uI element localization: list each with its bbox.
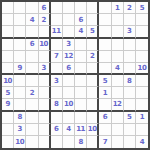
cell-r0c5-empty[interactable] — [63, 2, 75, 14]
cell-r5c11-given: 10 — [136, 63, 148, 75]
cell-r11c5-empty[interactable] — [63, 136, 75, 148]
cell-r6c5-empty[interactable] — [63, 75, 75, 87]
cell-r8c1-empty[interactable] — [14, 99, 26, 111]
cell-r9c3-empty[interactable] — [39, 112, 51, 124]
cell-r4c8-empty[interactable] — [99, 51, 111, 63]
cell-r0c1-empty[interactable] — [14, 2, 26, 14]
cell-r1c9-empty[interactable] — [112, 14, 124, 26]
cell-r7c10-empty[interactable] — [124, 87, 136, 99]
cell-r10c5-given: 4 — [63, 124, 75, 136]
cell-r8c10-empty[interactable] — [124, 99, 136, 111]
cell-r5c1-given: 9 — [14, 63, 26, 75]
cell-r1c8-empty[interactable] — [99, 14, 111, 26]
cell-r2c1-empty[interactable] — [14, 26, 26, 38]
cell-r1c2-given: 4 — [26, 14, 38, 26]
cell-r11c2-empty[interactable] — [26, 136, 38, 148]
cell-r4c1-empty[interactable] — [14, 51, 26, 63]
sudoku-board: 6125426114536103712293641010358521981012… — [0, 0, 150, 150]
cell-r3c2-given: 6 — [26, 39, 38, 51]
cell-r1c0-empty[interactable] — [2, 14, 14, 26]
cell-r3c10-empty[interactable] — [124, 39, 136, 51]
cell-r0c9-given: 1 — [112, 2, 124, 14]
cell-r9c4-empty[interactable] — [51, 112, 63, 124]
cell-r10c0-empty[interactable] — [2, 124, 14, 136]
cell-r4c9-empty[interactable] — [112, 51, 124, 63]
cell-r8c2-empty[interactable] — [26, 99, 38, 111]
cell-r3c5-given: 3 — [63, 39, 75, 51]
cell-r9c8-given: 6 — [99, 112, 111, 124]
cell-r1c3-given: 2 — [39, 14, 51, 26]
cell-r3c4-empty[interactable] — [51, 39, 63, 51]
cell-r8c9-given: 12 — [112, 99, 124, 111]
cell-r9c0-empty[interactable] — [2, 112, 14, 124]
cell-r0c11-given: 5 — [136, 2, 148, 14]
cell-r0c6-empty[interactable] — [75, 2, 87, 14]
cell-r3c1-empty[interactable] — [14, 39, 26, 51]
cell-r10c9-empty[interactable] — [112, 124, 124, 136]
cell-r4c2-empty[interactable] — [26, 51, 38, 63]
cell-r5c6-empty[interactable] — [75, 63, 87, 75]
cell-r5c8-empty[interactable] — [99, 63, 111, 75]
cell-r11c3-empty[interactable] — [39, 136, 51, 148]
cell-r9c5-empty[interactable] — [63, 112, 75, 124]
cell-r1c6-given: 6 — [75, 14, 87, 26]
cell-r9c1-given: 8 — [14, 112, 26, 124]
cell-r7c11-empty[interactable] — [136, 87, 148, 99]
cell-r0c4-empty[interactable] — [51, 2, 63, 14]
cell-r2c6-given: 4 — [75, 26, 87, 38]
cell-r6c9-empty[interactable] — [112, 75, 124, 87]
cell-r0c2-empty[interactable] — [26, 2, 38, 14]
cell-r3c3-given: 10 — [39, 39, 51, 51]
cell-r4c6-empty[interactable] — [75, 51, 87, 63]
cell-r11c7-empty[interactable] — [87, 136, 99, 148]
cell-r10c11-empty[interactable] — [136, 124, 148, 136]
cell-r6c6-empty[interactable] — [75, 75, 87, 87]
cell-r8c8-empty[interactable] — [99, 99, 111, 111]
cell-r9c6-empty[interactable] — [75, 112, 87, 124]
cell-r1c5-empty[interactable] — [63, 14, 75, 26]
cell-r5c5-given: 6 — [63, 63, 75, 75]
cell-r5c4-empty[interactable] — [51, 63, 63, 75]
cell-r6c11-empty[interactable] — [136, 75, 148, 87]
cell-r2c4-given: 11 — [51, 26, 63, 38]
cell-r9c9-empty[interactable] — [112, 112, 124, 124]
cell-r2c7-given: 5 — [87, 26, 99, 38]
cell-r6c3-empty[interactable] — [39, 75, 51, 87]
cell-r6c7-empty[interactable] — [87, 75, 99, 87]
cell-r9c10-given: 5 — [124, 112, 136, 124]
cell-r11c10-empty[interactable] — [124, 136, 136, 148]
cell-r3c9-empty[interactable] — [112, 39, 124, 51]
cell-r2c3-empty[interactable] — [39, 26, 51, 38]
cell-r6c0-given: 10 — [2, 75, 14, 87]
cell-r1c1-empty[interactable] — [14, 14, 26, 26]
cell-r3c6-empty[interactable] — [75, 39, 87, 51]
cell-r8c11-empty[interactable] — [136, 99, 148, 111]
cell-r6c2-empty[interactable] — [26, 75, 38, 87]
cell-r3c7-empty[interactable] — [87, 39, 99, 51]
cell-r5c2-empty[interactable] — [26, 63, 38, 75]
cell-r1c4-empty[interactable] — [51, 14, 63, 26]
cell-r9c7-empty[interactable] — [87, 112, 99, 124]
cell-r4c5-given: 12 — [63, 51, 75, 63]
cell-r8c5-given: 10 — [63, 99, 75, 111]
cell-r8c3-empty[interactable] — [39, 99, 51, 111]
cell-r11c11-given: 4 — [136, 136, 148, 148]
cell-r7c7-empty[interactable] — [87, 87, 99, 99]
cell-r11c8-given: 7 — [99, 136, 111, 148]
cell-r6c10-given: 8 — [124, 75, 136, 87]
cell-r2c5-empty[interactable] — [63, 26, 75, 38]
cell-r6c8-given: 5 — [99, 75, 111, 87]
cell-r11c4-empty[interactable] — [51, 136, 63, 148]
cell-r0c10-given: 2 — [124, 2, 136, 14]
cell-r5c3-given: 3 — [39, 63, 51, 75]
cell-r6c4-given: 3 — [51, 75, 63, 87]
cell-r11c9-empty[interactable] — [112, 136, 124, 148]
cell-r2c9-empty[interactable] — [112, 26, 124, 38]
cell-r8c4-given: 8 — [51, 99, 63, 111]
cell-r11c6-given: 8 — [75, 136, 87, 148]
cell-r3c0-empty[interactable] — [2, 39, 14, 51]
cell-r0c7-empty[interactable] — [87, 2, 99, 14]
cell-r11c0-empty[interactable] — [2, 136, 14, 148]
cell-r9c11-given: 1 — [136, 112, 148, 124]
cell-r2c10-given: 3 — [124, 26, 136, 38]
cell-r10c10-empty[interactable] — [124, 124, 136, 136]
cell-r10c2-empty[interactable] — [26, 124, 38, 136]
cell-r5c9-given: 4 — [112, 63, 124, 75]
cell-r2c8-empty[interactable] — [99, 26, 111, 38]
cell-r7c6-empty[interactable] — [75, 87, 87, 99]
cell-r4c3-empty[interactable] — [39, 51, 51, 63]
cell-r7c1-empty[interactable] — [14, 87, 26, 99]
cell-r2c2-empty[interactable] — [26, 26, 38, 38]
cell-r7c9-empty[interactable] — [112, 87, 124, 99]
cell-r7c0-given: 5 — [2, 87, 14, 99]
cell-r2c11-empty[interactable] — [136, 26, 148, 38]
cell-r10c8-empty[interactable] — [99, 124, 111, 136]
cell-r10c3-empty[interactable] — [39, 124, 51, 136]
cell-r7c8-given: 1 — [99, 87, 111, 99]
cell-r6c1-empty[interactable] — [14, 75, 26, 87]
cell-r5c10-empty[interactable] — [124, 63, 136, 75]
cell-r4c11-empty[interactable] — [136, 51, 148, 63]
cell-r1c10-empty[interactable] — [124, 14, 136, 26]
cell-r0c8-empty[interactable] — [99, 2, 111, 14]
cell-r7c2-given: 2 — [26, 87, 38, 99]
cell-r7c3-empty[interactable] — [39, 87, 51, 99]
cell-r0c0-empty[interactable] — [2, 2, 14, 14]
cell-r8c7-empty[interactable] — [87, 99, 99, 111]
cell-r10c1-given: 3 — [14, 124, 26, 136]
cell-r4c4-given: 7 — [51, 51, 63, 63]
cell-r5c0-empty[interactable] — [2, 63, 14, 75]
cell-r7c4-empty[interactable] — [51, 87, 63, 99]
cell-r4c0-empty[interactable] — [2, 51, 14, 63]
cell-r3c8-empty[interactable] — [99, 39, 111, 51]
cell-r10c6-given: 11 — [75, 124, 87, 136]
cell-r1c11-empty[interactable] — [136, 14, 148, 26]
cell-r2c0-empty[interactable] — [2, 26, 14, 38]
cell-r10c4-given: 6 — [51, 124, 63, 136]
cell-r8c0-given: 9 — [2, 99, 14, 111]
cell-r4c7-given: 2 — [87, 51, 99, 63]
cell-r7c5-empty[interactable] — [63, 87, 75, 99]
cell-r10c7-given: 10 — [87, 124, 99, 136]
cell-r3c11-empty[interactable] — [136, 39, 148, 51]
cell-r5c7-empty[interactable] — [87, 63, 99, 75]
cell-r8c6-empty[interactable] — [75, 99, 87, 111]
cell-r4c10-empty[interactable] — [124, 51, 136, 63]
cell-r11c1-given: 10 — [14, 136, 26, 148]
cell-r9c2-empty[interactable] — [26, 112, 38, 124]
cell-r1c7-empty[interactable] — [87, 14, 99, 26]
cell-r0c3-given: 6 — [39, 2, 51, 14]
